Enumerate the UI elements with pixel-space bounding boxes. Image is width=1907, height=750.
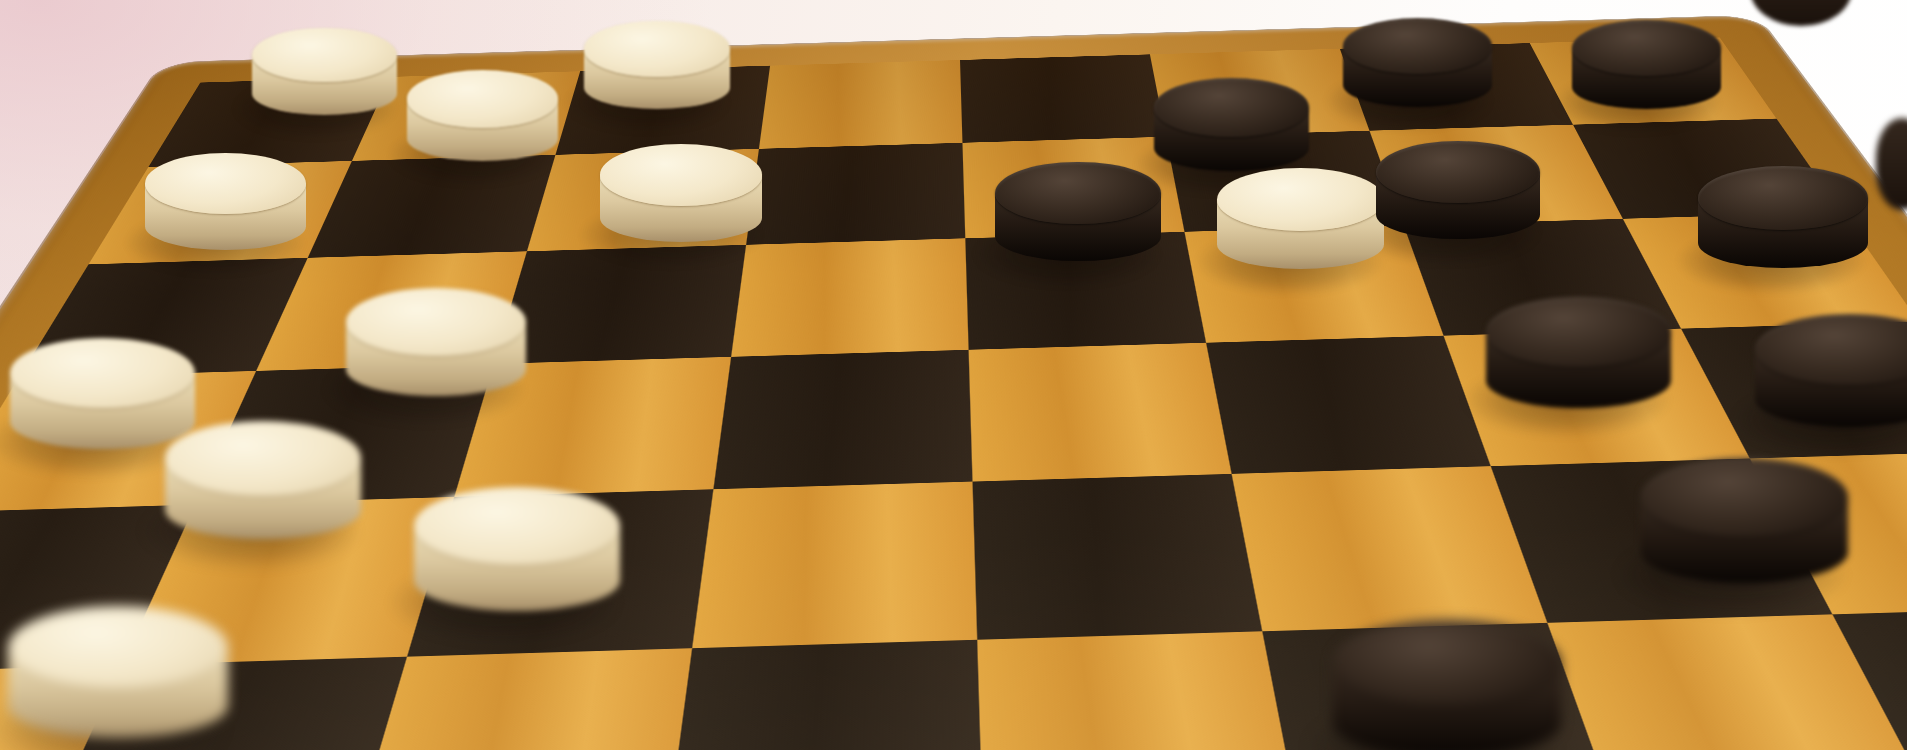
- checker-black-g4[interactable]: [1641, 458, 1848, 582]
- checker-top-face: [1343, 18, 1491, 74]
- checker-white-f6[interactable]: [1217, 168, 1385, 269]
- checker-top-face: [1486, 297, 1672, 367]
- checker-black-g5[interactable]: [1486, 297, 1672, 408]
- checker-white-b4[interactable]: [165, 421, 362, 539]
- checker-top-face: [252, 28, 397, 83]
- checker-top-face: [407, 70, 559, 127]
- square-d6[interactable]: [731, 238, 968, 357]
- checker-black-h8[interactable]: [1572, 20, 1721, 110]
- checker-top-face: [1698, 166, 1867, 230]
- checker-black-h5[interactable]: [1755, 314, 1907, 427]
- checker-top-face: [584, 21, 730, 76]
- checker-black-h6[interactable]: [1698, 166, 1867, 268]
- checker-black-f7[interactable]: [1154, 78, 1310, 171]
- checker-black-g8[interactable]: [1343, 18, 1491, 107]
- square-e3[interactable]: [977, 631, 1300, 750]
- checker-top-face: [1641, 458, 1848, 536]
- checker-white-c8[interactable]: [584, 21, 730, 109]
- checker-top-face: [414, 487, 620, 565]
- checker-black-g6[interactable]: [1376, 141, 1541, 240]
- checker-top-face: [1154, 78, 1310, 137]
- checkers-photo-stage: [0, 0, 1907, 750]
- checker-white-b7[interactable]: [407, 70, 559, 161]
- square-e5[interactable]: [969, 343, 1232, 482]
- checker-white-c4[interactable]: [414, 487, 620, 611]
- square-d5[interactable]: [713, 350, 972, 489]
- checker-white-a6[interactable]: [145, 153, 306, 250]
- square-e8[interactable]: [960, 54, 1166, 142]
- checker-white-b3[interactable]: [8, 606, 228, 738]
- checker-top-face: [165, 421, 362, 495]
- square-e4[interactable]: [973, 474, 1263, 640]
- square-d4[interactable]: [692, 482, 977, 649]
- checker-top-face: [1572, 20, 1721, 77]
- checker-black-e6[interactable]: [995, 162, 1161, 262]
- checker-top-face: [600, 144, 762, 205]
- square-f5[interactable]: [1206, 336, 1491, 474]
- checker-top-face: [346, 288, 526, 356]
- checker-top-face: [1333, 620, 1561, 706]
- checker-white-a8[interactable]: [252, 28, 397, 115]
- square-d7[interactable]: [746, 143, 965, 245]
- checker-top-face: [10, 338, 195, 408]
- square-d3[interactable]: [666, 640, 983, 750]
- checker-top-face: [8, 606, 228, 689]
- checker-black-f3[interactable]: [1333, 620, 1561, 750]
- checker-white-c6[interactable]: [600, 144, 762, 241]
- square-d8[interactable]: [759, 60, 963, 149]
- checker-top-face: [995, 162, 1161, 225]
- checker-top-face: [145, 153, 306, 214]
- checker-white-b5[interactable]: [346, 288, 526, 396]
- checker-top-face: [1376, 141, 1541, 203]
